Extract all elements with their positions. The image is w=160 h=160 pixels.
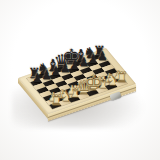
- chess-set-photo: ♜♞♝♛♚♝♞♜♟♟♟♟♟♟♟♟♟♟♟♟♟♟♟♟♜♞♝♛♚♝♞♜: [0, 0, 160, 160]
- black-rook-h8: ♜: [93, 44, 106, 58]
